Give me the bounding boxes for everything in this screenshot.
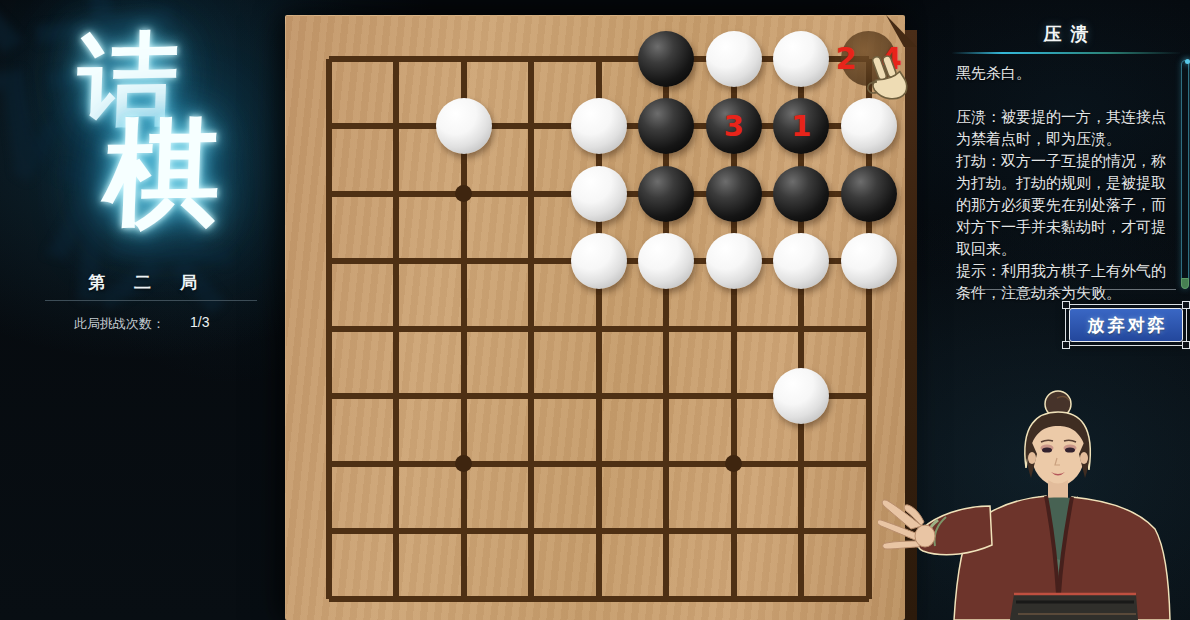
board-point[interactable] (700, 295, 768, 363)
white-stone (773, 368, 829, 424)
black-stone (706, 166, 762, 222)
board-point[interactable] (363, 498, 431, 566)
board-point[interactable] (498, 93, 566, 161)
board-point[interactable] (430, 93, 498, 161)
board-point[interactable] (768, 25, 836, 93)
board-point[interactable] (700, 160, 768, 228)
board-point[interactable] (633, 498, 701, 566)
resign-button[interactable]: 放弃对弈 (1065, 304, 1187, 346)
board-point[interactable] (633, 228, 701, 296)
black-stone (841, 166, 897, 222)
panel-paragraph: 黑先杀白。 (956, 62, 1180, 84)
tap-cursor-icon (865, 52, 911, 106)
go-board-grid: 2 431 (295, 25, 903, 620)
board-point[interactable] (768, 498, 836, 566)
board-point[interactable] (835, 228, 903, 296)
board-point[interactable] (295, 228, 363, 296)
black-stone (638, 98, 694, 154)
black-stone (638, 31, 694, 87)
button-corner-ornament (1062, 341, 1070, 349)
board-point[interactable] (498, 228, 566, 296)
board-point[interactable] (700, 498, 768, 566)
board-point[interactable] (295, 363, 363, 431)
board-point[interactable] (565, 498, 633, 566)
board-point[interactable] (565, 565, 633, 620)
board-point[interactable] (295, 295, 363, 363)
board-point[interactable] (430, 363, 498, 431)
board-point[interactable] (633, 160, 701, 228)
resign-button-face[interactable]: 放弃对弈 (1069, 308, 1183, 342)
board-point[interactable] (430, 228, 498, 296)
board-point[interactable] (768, 295, 836, 363)
scrollbar-thumb-cap[interactable] (1181, 278, 1189, 289)
sidebar-divider (45, 300, 257, 301)
black-stone (638, 166, 694, 222)
board-point[interactable] (565, 160, 633, 228)
white-stone (436, 98, 492, 154)
board-point[interactable] (363, 93, 431, 161)
board-point[interactable] (430, 565, 498, 620)
board-point[interactable] (768, 228, 836, 296)
board-point[interactable] (295, 25, 363, 93)
panel-paragraph: 压溃：被要提的一方，其连接点为禁着点时，即为压溃。 (956, 106, 1180, 150)
board-point[interactable] (295, 93, 363, 161)
board-point[interactable] (430, 160, 498, 228)
board-point[interactable]: 3 (700, 93, 768, 161)
star-point (455, 185, 472, 202)
button-corner-ornament (1182, 341, 1190, 349)
board-point[interactable] (700, 25, 768, 93)
white-stone (571, 166, 627, 222)
board-point[interactable] (295, 565, 363, 620)
board-point[interactable] (430, 498, 498, 566)
left-sidebar: 诘 棋 诘 棋 第 二 局 此局挑战次数： 1/3 (0, 0, 285, 620)
board-point[interactable] (430, 430, 498, 498)
board-point[interactable] (700, 228, 768, 296)
panel-paragraph: 打劫：双方一子互提的情况，称为打劫。打劫的规则，是被提取的那方必须要先在别处落子… (956, 150, 1180, 260)
board-point[interactable] (768, 160, 836, 228)
board-point[interactable] (498, 160, 566, 228)
board-point[interactable] (633, 363, 701, 431)
board-point[interactable] (363, 295, 431, 363)
guide-character (878, 388, 1190, 620)
board-point[interactable] (768, 565, 836, 620)
star-point (725, 455, 742, 472)
panel-paragraph: 提示：利用我方棋子上有外气的条件，注意劫杀为失败。 (956, 260, 1180, 304)
board-point[interactable] (565, 295, 633, 363)
button-corner-ornament (1182, 301, 1190, 309)
attempts-label: 此局挑战次数： (74, 315, 165, 333)
white-stone (773, 233, 829, 289)
board-point[interactable] (633, 93, 701, 161)
attempts-value: 1/3 (190, 314, 209, 330)
white-stone (638, 233, 694, 289)
board-point[interactable] (363, 160, 431, 228)
board-point[interactable] (295, 430, 363, 498)
white-stone (571, 233, 627, 289)
board-point[interactable] (633, 295, 701, 363)
resign-button-label: 放弃对弈 (1085, 314, 1168, 337)
black-stone (773, 166, 829, 222)
white-stone (841, 98, 897, 154)
board-point[interactable] (363, 363, 431, 431)
board-point[interactable] (430, 295, 498, 363)
board-point[interactable] (498, 25, 566, 93)
board-point[interactable]: 1 (768, 93, 836, 161)
logo-char-qi: 棋 (101, 95, 222, 253)
title-underline (952, 52, 1180, 54)
board-point[interactable] (700, 565, 768, 620)
board-point[interactable] (498, 295, 566, 363)
board-point[interactable] (565, 228, 633, 296)
board-point[interactable] (565, 363, 633, 431)
star-point (455, 455, 472, 472)
move-number: 1 (791, 112, 811, 141)
round-title: 第 二 局 (0, 271, 285, 294)
board-point[interactable] (295, 498, 363, 566)
board-point[interactable] (700, 430, 768, 498)
black-stone: 3 (706, 98, 762, 154)
board-point[interactable] (363, 565, 431, 620)
board-point[interactable] (498, 498, 566, 566)
board-point[interactable] (700, 363, 768, 431)
panel-scrollbar[interactable] (1181, 60, 1189, 289)
board-point[interactable] (835, 295, 903, 363)
board-point[interactable] (363, 430, 431, 498)
button-corner-ornament (1062, 301, 1070, 309)
board-point[interactable] (363, 228, 431, 296)
black-stone: 1 (773, 98, 829, 154)
go-board: 2 431 (285, 15, 905, 620)
board-point[interactable] (835, 160, 903, 228)
white-stone (571, 98, 627, 154)
board-point[interactable] (430, 25, 498, 93)
panel-divider (956, 289, 1176, 290)
panel-paragraphs: 黑先杀白。压溃：被要提的一方，其连接点为禁着点时，即为压溃。打劫：双方一子互提的… (956, 62, 1180, 304)
white-stone (841, 233, 897, 289)
move-number: 3 (724, 112, 744, 141)
board-point[interactable] (565, 93, 633, 161)
board-point[interactable] (565, 25, 633, 93)
board-point[interactable] (633, 430, 701, 498)
game-screen: 诘 棋 诘 棋 第 二 局 此局挑战次数： 1/3 2 431 压溃 黑先杀白。… (0, 0, 1190, 620)
white-stone (773, 31, 829, 87)
board-point[interactable] (565, 430, 633, 498)
board-point[interactable] (498, 430, 566, 498)
board-point[interactable] (768, 363, 836, 431)
white-stone (706, 233, 762, 289)
board-point[interactable] (633, 565, 701, 620)
board-point[interactable] (633, 25, 701, 93)
panel-title: 压溃 (952, 22, 1180, 46)
board-point[interactable] (498, 565, 566, 620)
board-point[interactable] (768, 430, 836, 498)
board-point[interactable] (363, 25, 431, 93)
white-stone (706, 31, 762, 87)
board-point[interactable] (498, 363, 566, 431)
board-point[interactable] (295, 160, 363, 228)
